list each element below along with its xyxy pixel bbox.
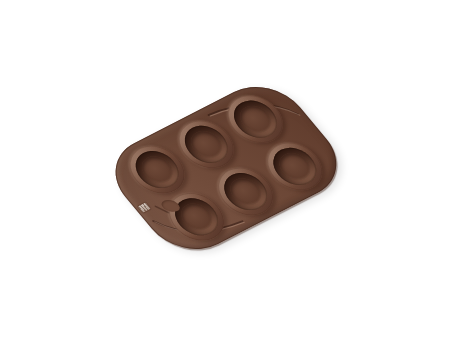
mold-tray — [97, 73, 356, 263]
tray-projection — [97, 73, 356, 263]
product-photo-scene — [0, 0, 460, 350]
